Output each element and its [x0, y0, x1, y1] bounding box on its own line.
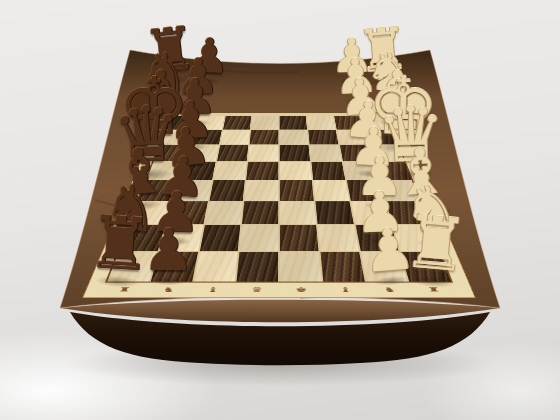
- piece-light-rook-a1[interactable]: ♜: [401, 205, 472, 282]
- square-d6[interactable]: [209, 180, 245, 200]
- square-g6[interactable]: [220, 130, 250, 145]
- square-f4[interactable]: [280, 145, 310, 161]
- square-a5[interactable]: [237, 252, 278, 282]
- square-c6[interactable]: [205, 201, 243, 224]
- square-d3[interactable]: [313, 180, 349, 200]
- edge-stamp: ♞: [383, 286, 396, 293]
- square-d5[interactable]: [244, 180, 278, 200]
- square-g4[interactable]: [280, 130, 309, 145]
- square-g5[interactable]: [250, 130, 279, 145]
- square-f5[interactable]: [248, 145, 278, 161]
- square-e6[interactable]: [213, 162, 247, 180]
- square-c3[interactable]: [315, 201, 353, 224]
- piece-dark-pawn-a7[interactable]: ♟: [143, 222, 195, 280]
- edge-stamp: ♝: [339, 286, 351, 293]
- square-h5[interactable]: [251, 116, 278, 129]
- square-b6[interactable]: [200, 225, 241, 251]
- edge-stamp: ♛: [251, 286, 263, 293]
- box-lid-edge: [60, 300, 500, 323]
- square-b4[interactable]: [280, 225, 318, 251]
- square-a4[interactable]: [280, 252, 321, 282]
- square-c4[interactable]: [280, 201, 316, 224]
- square-b3[interactable]: [317, 225, 358, 251]
- edge-stamp-row: ♜♞♝♛♚♝♞♜: [100, 283, 459, 297]
- square-f3[interactable]: [310, 145, 342, 161]
- square-e5[interactable]: [246, 162, 278, 180]
- square-h6[interactable]: [223, 116, 251, 129]
- square-e3[interactable]: [311, 162, 345, 180]
- edge-stamp: ♞: [162, 286, 175, 293]
- square-a6[interactable]: [194, 252, 238, 282]
- square-h4[interactable]: [280, 116, 307, 129]
- square-g3[interactable]: [308, 130, 338, 145]
- edge-stamp: ♝: [206, 286, 218, 293]
- square-c5[interactable]: [242, 201, 278, 224]
- edge-stamp: ♚: [295, 286, 307, 293]
- square-h3[interactable]: [307, 116, 335, 129]
- square-f6[interactable]: [217, 145, 249, 161]
- photo-scene: ♜♞♝♛♚♝♞♜ ♜♞♝♛♚♝♞♜♟♟♟♟♟♟♟♟♟♟♟♟♟♟♟♟♜♞♝♛♚♝♞…: [0, 0, 560, 420]
- square-b5[interactable]: [240, 225, 278, 251]
- square-a3[interactable]: [320, 252, 364, 282]
- square-d4[interactable]: [280, 180, 314, 200]
- square-e4[interactable]: [280, 162, 312, 180]
